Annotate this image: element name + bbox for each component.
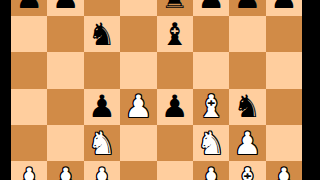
square-c6[interactable]: ♞ [84,16,120,52]
square-c3[interactable]: ♞ [84,125,120,161]
square-e7[interactable]: ♜ [157,0,193,16]
square-g7[interactable]: ♟ [229,0,265,16]
square-h2[interactable]: ♟ [266,161,302,180]
square-d5[interactable] [120,52,156,88]
square-f5[interactable] [193,52,229,88]
white-bishop-g2: ♝ [234,164,262,180]
square-f6[interactable] [193,16,229,52]
black-bishop-e6: ♝ [161,19,189,50]
square-g3[interactable]: ♟ [229,125,265,161]
square-g6[interactable] [229,16,265,52]
square-f3[interactable]: ♞ [193,125,229,161]
square-a4[interactable] [11,89,47,125]
black-pawn-a7: ♟ [15,0,43,13]
black-pawn-b7: ♟ [52,0,80,13]
square-h7[interactable]: ♟ [266,0,302,16]
white-pawn-h2: ♟ [270,164,298,180]
black-pawn-f7: ♟ [197,0,225,13]
square-b6[interactable] [47,16,83,52]
square-b7[interactable]: ♟ [47,0,83,16]
square-e4[interactable]: ♟ [157,89,193,125]
square-f4[interactable]: ♝ [193,89,229,125]
square-d4[interactable]: ♟ [120,89,156,125]
square-f2[interactable]: ♟ [193,161,229,180]
black-pawn-e4: ♟ [161,91,189,122]
square-e3[interactable] [157,125,193,161]
white-pawn-d4: ♟ [124,91,152,122]
black-pawn-c4: ♟ [88,91,116,122]
square-c2[interactable]: ♟ [84,161,120,180]
black-rook-e7: ♜ [161,0,189,13]
square-a5[interactable] [11,52,47,88]
white-pawn-g3: ♟ [234,128,262,159]
square-d2[interactable] [120,161,156,180]
square-g4[interactable]: ♞ [229,89,265,125]
square-d3[interactable] [120,125,156,161]
white-knight-c3: ♞ [88,128,116,159]
square-b3[interactable] [47,125,83,161]
square-b2[interactable]: ♟ [47,161,83,180]
square-g5[interactable] [229,52,265,88]
chessboard: ♟♟♜♟♟♟♞♝♟♟♟♝♞♞♞♟♟♟♟♟♝♟ [11,0,302,180]
square-h4[interactable] [266,89,302,125]
square-a2[interactable]: ♟ [11,161,47,180]
white-pawn-c2: ♟ [88,164,116,180]
black-knight-g4: ♞ [234,91,262,122]
white-pawn-a2: ♟ [15,164,43,180]
square-c7[interactable] [84,0,120,16]
black-pawn-g7: ♟ [234,0,262,13]
square-h3[interactable] [266,125,302,161]
black-pawn-h7: ♟ [270,0,298,13]
square-b5[interactable] [47,52,83,88]
square-a6[interactable] [11,16,47,52]
white-knight-f3: ♞ [197,128,225,159]
white-pawn-b2: ♟ [52,164,80,180]
square-h5[interactable] [266,52,302,88]
white-bishop-f4: ♝ [197,91,225,122]
black-knight-c6: ♞ [88,19,116,50]
white-pawn-f2: ♟ [197,164,225,180]
square-h6[interactable] [266,16,302,52]
square-d7[interactable] [120,0,156,16]
square-g2[interactable]: ♝ [229,161,265,180]
chess-video-frame: ♟♟♜♟♟♟♞♝♟♟♟♝♞♞♞♟♟♟♟♟♝♟ [0,0,320,180]
square-f7[interactable]: ♟ [193,0,229,16]
square-a3[interactable] [11,125,47,161]
square-b4[interactable] [47,89,83,125]
square-d6[interactable] [120,16,156,52]
square-c4[interactable]: ♟ [84,89,120,125]
square-a7[interactable]: ♟ [11,0,47,16]
square-c5[interactable] [84,52,120,88]
square-e6[interactable]: ♝ [157,16,193,52]
square-e5[interactable] [157,52,193,88]
square-e2[interactable] [157,161,193,180]
